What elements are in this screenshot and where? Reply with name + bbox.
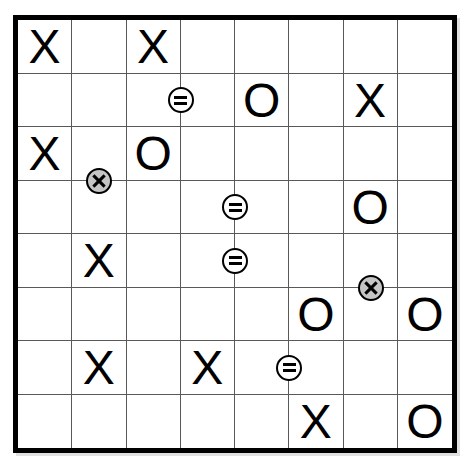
cell-r1c8[interactable] bbox=[398, 20, 452, 74]
piece-o: O bbox=[351, 184, 388, 232]
piece-x: X bbox=[354, 77, 386, 125]
cell-r2c1[interactable] bbox=[18, 74, 72, 128]
cell-r3c7[interactable] bbox=[344, 127, 398, 181]
game-board: XXOXXOOXOOXXXO bbox=[13, 15, 457, 453]
cell-r5c8[interactable] bbox=[398, 234, 452, 288]
cell-r1c1[interactable]: X bbox=[18, 20, 72, 74]
cell-r2c7[interactable]: X bbox=[344, 74, 398, 128]
piece-x: X bbox=[191, 344, 223, 392]
piece-o: O bbox=[406, 291, 443, 339]
cell-r6c5[interactable] bbox=[235, 288, 289, 342]
cell-r8c1[interactable] bbox=[18, 395, 72, 449]
cell-r1c3[interactable]: X bbox=[127, 20, 181, 74]
edge-clue-cross-icon bbox=[86, 168, 112, 194]
cell-r6c4[interactable] bbox=[181, 288, 235, 342]
piece-x: X bbox=[300, 398, 332, 446]
cell-r1c5[interactable] bbox=[235, 20, 289, 74]
cell-r3c5[interactable] bbox=[235, 127, 289, 181]
cell-r2c2[interactable] bbox=[72, 74, 126, 128]
piece-x: X bbox=[29, 23, 61, 71]
piece-o: O bbox=[134, 130, 171, 178]
cell-r8c4[interactable] bbox=[181, 395, 235, 449]
cell-r8c2[interactable] bbox=[72, 395, 126, 449]
cell-r3c4[interactable] bbox=[181, 127, 235, 181]
cell-r4c3[interactable] bbox=[127, 181, 181, 235]
edge-clue-equal-icon bbox=[222, 194, 248, 220]
edge-clue-equal-icon bbox=[276, 355, 302, 381]
cell-r8c3[interactable] bbox=[127, 395, 181, 449]
cell-r2c5[interactable]: O bbox=[235, 74, 289, 128]
cell-r4c7[interactable]: O bbox=[344, 181, 398, 235]
piece-o: O bbox=[406, 398, 443, 446]
cell-r1c4[interactable] bbox=[181, 20, 235, 74]
cell-r8c8[interactable]: O bbox=[398, 395, 452, 449]
cell-r6c6[interactable]: O bbox=[289, 288, 343, 342]
cell-r5c6[interactable] bbox=[289, 234, 343, 288]
cell-r6c8[interactable]: O bbox=[398, 288, 452, 342]
piece-o: O bbox=[243, 77, 280, 125]
cell-r8c6[interactable]: X bbox=[289, 395, 343, 449]
cell-r7c1[interactable] bbox=[18, 341, 72, 395]
edge-clue-cross-icon bbox=[358, 275, 384, 301]
cell-r1c2[interactable] bbox=[72, 20, 126, 74]
cell-r3c6[interactable] bbox=[289, 127, 343, 181]
cell-r4c1[interactable] bbox=[18, 181, 72, 235]
piece-x: X bbox=[29, 130, 61, 178]
cell-r3c1[interactable]: X bbox=[18, 127, 72, 181]
cell-r6c3[interactable] bbox=[127, 288, 181, 342]
cell-r3c3[interactable]: O bbox=[127, 127, 181, 181]
cell-r7c4[interactable]: X bbox=[181, 341, 235, 395]
cell-r6c1[interactable] bbox=[18, 288, 72, 342]
cell-r7c8[interactable] bbox=[398, 341, 452, 395]
piece-o: O bbox=[297, 291, 334, 339]
cell-r6c2[interactable] bbox=[72, 288, 126, 342]
cell-r2c8[interactable] bbox=[398, 74, 452, 128]
cell-r5c1[interactable] bbox=[18, 234, 72, 288]
puzzle-page: XXOXXOOXOOXXXO bbox=[0, 0, 464, 470]
cell-r1c7[interactable] bbox=[344, 20, 398, 74]
cell-r7c7[interactable] bbox=[344, 341, 398, 395]
cell-r7c3[interactable] bbox=[127, 341, 181, 395]
cell-r8c7[interactable] bbox=[344, 395, 398, 449]
piece-x: X bbox=[83, 344, 115, 392]
cell-r4c6[interactable] bbox=[289, 181, 343, 235]
cell-r3c8[interactable] bbox=[398, 127, 452, 181]
cell-r5c2[interactable]: X bbox=[72, 234, 126, 288]
cell-r7c2[interactable]: X bbox=[72, 341, 126, 395]
cell-r4c8[interactable] bbox=[398, 181, 452, 235]
cell-r8c5[interactable] bbox=[235, 395, 289, 449]
edge-clue-equal-icon bbox=[168, 87, 194, 113]
cell-r1c6[interactable] bbox=[289, 20, 343, 74]
piece-x: X bbox=[83, 237, 115, 285]
edge-clue-equal-icon bbox=[222, 248, 248, 274]
piece-x: X bbox=[137, 23, 169, 71]
cell-r5c3[interactable] bbox=[127, 234, 181, 288]
cell-r2c6[interactable] bbox=[289, 74, 343, 128]
